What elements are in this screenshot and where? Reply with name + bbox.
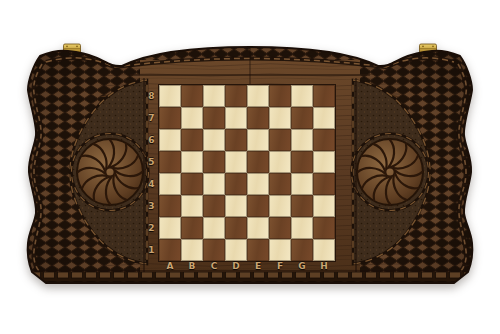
chess-square <box>203 129 225 151</box>
chess-square <box>159 195 181 217</box>
file-label: G <box>291 260 313 272</box>
file-label: D <box>225 260 247 272</box>
chess-square <box>247 129 269 151</box>
chess-square <box>269 151 291 173</box>
chess-square <box>291 173 313 195</box>
file-label: F <box>269 260 291 272</box>
chess-square <box>181 239 203 261</box>
chess-square <box>247 195 269 217</box>
chess-square <box>313 129 335 151</box>
file-label: E <box>247 260 269 272</box>
chess-square <box>203 107 225 129</box>
chess-square <box>269 217 291 239</box>
rank-label: 7 <box>145 107 158 129</box>
file-label: H <box>313 260 335 272</box>
chess-square <box>225 195 247 217</box>
chess-square <box>313 151 335 173</box>
chess-square <box>203 173 225 195</box>
file-label: B <box>181 260 203 272</box>
chess-square <box>291 217 313 239</box>
chess-square <box>181 195 203 217</box>
chess-square <box>269 195 291 217</box>
chess-square <box>181 173 203 195</box>
chess-square <box>291 107 313 129</box>
chess-square <box>203 217 225 239</box>
dentil-border <box>34 272 466 282</box>
chess-square <box>203 151 225 173</box>
chess-square <box>181 85 203 107</box>
chess-square <box>181 129 203 151</box>
chess-square <box>203 85 225 107</box>
chess-square <box>159 151 181 173</box>
chess-square <box>269 85 291 107</box>
chess-square <box>247 107 269 129</box>
file-labels: ABCDEFGH <box>159 260 335 272</box>
chess-square <box>247 217 269 239</box>
eternity-wheel-left <box>72 134 149 211</box>
chess-square <box>225 151 247 173</box>
chess-square <box>313 217 335 239</box>
chess-square <box>159 239 181 261</box>
chess-square <box>313 195 335 217</box>
chess-square <box>313 173 335 195</box>
chess-square <box>225 217 247 239</box>
chess-square <box>159 107 181 129</box>
chess-square <box>225 173 247 195</box>
chess-square <box>225 85 247 107</box>
chess-square <box>225 107 247 129</box>
chess-square <box>269 107 291 129</box>
chess-square <box>181 151 203 173</box>
chess-square <box>291 129 313 151</box>
chess-square <box>159 173 181 195</box>
chess-square <box>313 85 335 107</box>
rank-label: 4 <box>145 173 158 195</box>
chess-square <box>247 151 269 173</box>
chess-square <box>247 239 269 261</box>
rank-label: 2 <box>145 217 158 239</box>
file-label: A <box>159 260 181 272</box>
rank-label: 5 <box>145 151 158 173</box>
rank-labels: 87654321 <box>145 85 158 261</box>
chess-square <box>247 173 269 195</box>
rank-label: 1 <box>145 239 158 261</box>
file-label: C <box>203 260 225 272</box>
chess-square <box>225 239 247 261</box>
chess-square <box>269 239 291 261</box>
chess-square <box>269 129 291 151</box>
chess-board <box>159 85 335 261</box>
chess-square <box>291 151 313 173</box>
eternity-wheel-right <box>352 134 429 211</box>
chess-square <box>159 85 181 107</box>
chess-square <box>181 107 203 129</box>
chess-square <box>313 107 335 129</box>
rank-label: 8 <box>145 85 158 107</box>
chess-square <box>269 173 291 195</box>
chess-square <box>225 129 247 151</box>
chess-square <box>291 85 313 107</box>
chess-square <box>313 239 335 261</box>
chess-square <box>181 217 203 239</box>
carved-chess-backgammon-board-photo: 87654321 ABCDEFGH <box>0 0 500 334</box>
rank-label: 6 <box>145 129 158 151</box>
rank-label: 3 <box>145 195 158 217</box>
chess-square <box>291 239 313 261</box>
chess-square <box>159 217 181 239</box>
chess-square <box>247 85 269 107</box>
chess-square <box>159 129 181 151</box>
chess-square <box>203 195 225 217</box>
chess-square <box>291 195 313 217</box>
chess-square <box>203 239 225 261</box>
